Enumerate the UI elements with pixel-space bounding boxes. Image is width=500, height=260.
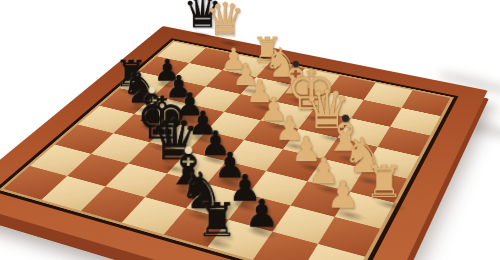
bishop-finial: [341, 114, 348, 121]
black-rook[interactable]: ♜: [170, 196, 264, 243]
board-inlay-border: ♛♛♜♜♟♟♞♟♞♟♝♟♝♟♟♟♚♚♛♟♛♟♝♟♝♟♞♟♞♟♜♟♜♟: [0, 38, 458, 260]
white-pawn[interactable]: ♟: [298, 176, 388, 213]
bishop-finial: [184, 146, 192, 154]
playing-area: ♛♛♜♜♟♟♞♟♞♟♝♟♝♟♟♟♚♚♛♟♛♟♝♟♝♟♞♟♞♟♜♟♜♟: [3, 42, 450, 260]
pieces-layer: ♛♛♜♜♟♟♞♟♞♟♝♟♝♟♟♟♚♚♛♟♛♟♝♟♝♟♞♟♞♟♜♟♜♟: [3, 42, 450, 260]
chess-board: ♛♛♜♜♟♟♞♟♞♟♝♟♝♟♟♟♚♚♛♟♛♟♝♟♝♟♞♟♞♟♜♟♜♟: [0, 26, 488, 260]
photo-scene: ♛♛♜♜♟♟♞♟♞♟♝♟♝♟♟♟♚♚♛♟♛♟♝♟♝♟♞♟♞♟♜♟♜♟: [0, 0, 500, 260]
board-frame: ♛♛♜♜♟♟♞♟♞♟♝♟♝♟♟♟♚♚♛♟♛♟♝♟♝♟♞♟♞♟♜♟♜♟: [0, 26, 488, 260]
